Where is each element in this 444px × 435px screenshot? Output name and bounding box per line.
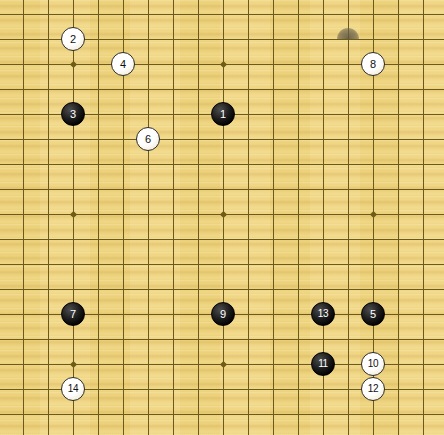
- board-cell[interactable]: [161, 277, 186, 302]
- board-cell[interactable]: [411, 152, 436, 177]
- board-cell[interactable]: [11, 277, 36, 302]
- board-cell[interactable]: [411, 252, 436, 277]
- board-cell[interactable]: [386, 227, 411, 252]
- board-cell[interactable]: 9: [211, 302, 236, 327]
- board-cell[interactable]: [286, 127, 311, 152]
- board-cell[interactable]: [311, 2, 336, 27]
- board-cell[interactable]: [236, 302, 261, 327]
- board-cell[interactable]: [61, 77, 86, 102]
- board-cell[interactable]: [136, 327, 161, 352]
- board-cell[interactable]: [161, 27, 186, 52]
- board-cell[interactable]: [111, 377, 136, 402]
- board-cell[interactable]: [236, 202, 261, 227]
- board-cell[interactable]: [336, 352, 361, 377]
- board-cell[interactable]: 11: [311, 352, 336, 377]
- board-cell[interactable]: [361, 127, 386, 152]
- board-cell[interactable]: [111, 427, 136, 435]
- board-cell[interactable]: [61, 52, 86, 77]
- board-cell[interactable]: [336, 252, 361, 277]
- board-cell[interactable]: 1: [211, 102, 236, 127]
- board-cell[interactable]: [161, 327, 186, 352]
- board-cell[interactable]: [311, 102, 336, 127]
- board-cell[interactable]: [261, 127, 286, 152]
- board-cell[interactable]: [236, 402, 261, 427]
- board-cell[interactable]: [161, 127, 186, 152]
- board-cell[interactable]: [436, 277, 444, 302]
- board-cell[interactable]: [211, 177, 236, 202]
- board-cell[interactable]: [336, 52, 361, 77]
- board-cell[interactable]: [11, 402, 36, 427]
- board-cell[interactable]: [86, 177, 111, 202]
- board-cell[interactable]: [161, 302, 186, 327]
- board-cell[interactable]: [261, 77, 286, 102]
- board-cell[interactable]: [186, 202, 211, 227]
- board-cell[interactable]: [36, 252, 61, 277]
- board-cell[interactable]: [361, 77, 386, 102]
- board-cell[interactable]: [236, 127, 261, 152]
- board-cell[interactable]: [136, 77, 161, 102]
- board-cell[interactable]: [261, 377, 286, 402]
- board-cell[interactable]: [411, 52, 436, 77]
- board-cell[interactable]: [0, 127, 11, 152]
- board-cell[interactable]: [386, 77, 411, 102]
- board-cell[interactable]: [111, 352, 136, 377]
- board-cell[interactable]: [61, 252, 86, 277]
- board-cell[interactable]: [11, 352, 36, 377]
- board-cell[interactable]: [111, 2, 136, 27]
- board-cell[interactable]: [111, 177, 136, 202]
- board-cell[interactable]: [261, 2, 286, 27]
- board-cell[interactable]: [136, 102, 161, 127]
- board-cell[interactable]: [311, 227, 336, 252]
- board-cell[interactable]: [11, 27, 36, 52]
- board-cell[interactable]: [61, 277, 86, 302]
- board-cell[interactable]: [136, 352, 161, 377]
- board-cell[interactable]: [336, 227, 361, 252]
- board-cell[interactable]: [436, 177, 444, 202]
- board-cell[interactable]: [336, 127, 361, 152]
- board-cell[interactable]: [286, 402, 311, 427]
- board-cell[interactable]: [411, 2, 436, 27]
- board-cell[interactable]: [436, 102, 444, 127]
- board-cell[interactable]: [186, 352, 211, 377]
- board-cell[interactable]: [286, 152, 311, 177]
- board-cell[interactable]: [111, 402, 136, 427]
- board-cell[interactable]: [261, 327, 286, 352]
- board-cell[interactable]: [11, 77, 36, 102]
- board-cell[interactable]: [336, 152, 361, 177]
- board-cell[interactable]: [261, 402, 286, 427]
- board-cell[interactable]: [261, 202, 286, 227]
- board-cell[interactable]: [86, 252, 111, 277]
- board-cell[interactable]: [11, 427, 36, 435]
- board-cell[interactable]: [411, 102, 436, 127]
- board-cell[interactable]: [61, 427, 86, 435]
- board-cell[interactable]: [111, 202, 136, 227]
- board-cell[interactable]: [86, 52, 111, 77]
- board-cell[interactable]: [386, 427, 411, 435]
- board-cell[interactable]: [36, 352, 61, 377]
- board-cell[interactable]: [36, 2, 61, 27]
- board-cell[interactable]: 5: [361, 302, 386, 327]
- board-cell[interactable]: [211, 227, 236, 252]
- board-cell[interactable]: [11, 252, 36, 277]
- board-cell[interactable]: [86, 352, 111, 377]
- board-cell[interactable]: [136, 302, 161, 327]
- board-cell[interactable]: [111, 302, 136, 327]
- board-cell[interactable]: [136, 2, 161, 27]
- board-cell[interactable]: [286, 177, 311, 202]
- board-cell[interactable]: [0, 227, 11, 252]
- board-cell[interactable]: [236, 227, 261, 252]
- board-cell[interactable]: [161, 77, 186, 102]
- board-cell[interactable]: [236, 2, 261, 27]
- board-cell[interactable]: [111, 102, 136, 127]
- board-cell[interactable]: [111, 27, 136, 52]
- board-cell[interactable]: [36, 377, 61, 402]
- board-cell[interactable]: [411, 352, 436, 377]
- board-cell[interactable]: [261, 277, 286, 302]
- board-cell[interactable]: [111, 252, 136, 277]
- board-cell[interactable]: [311, 127, 336, 152]
- board-cell[interactable]: [436, 127, 444, 152]
- board-cell[interactable]: [386, 52, 411, 77]
- board-cell[interactable]: [311, 377, 336, 402]
- board-cell[interactable]: [11, 327, 36, 352]
- board-cell[interactable]: [386, 252, 411, 277]
- board-cell[interactable]: [161, 52, 186, 77]
- board-cell[interactable]: [436, 27, 444, 52]
- board-cell[interactable]: [36, 327, 61, 352]
- board-cell[interactable]: [336, 2, 361, 27]
- board-cell[interactable]: [0, 277, 11, 302]
- board-cell[interactable]: [311, 177, 336, 202]
- board-cell[interactable]: [186, 302, 211, 327]
- board-cell[interactable]: [111, 127, 136, 152]
- board-cell[interactable]: [186, 227, 211, 252]
- board-cell[interactable]: [0, 102, 11, 127]
- board-cell[interactable]: [211, 402, 236, 427]
- board-cell[interactable]: [61, 227, 86, 252]
- board-cell[interactable]: [136, 52, 161, 77]
- board-cell[interactable]: [386, 102, 411, 127]
- board-cell[interactable]: [211, 377, 236, 402]
- board-cell[interactable]: [411, 202, 436, 227]
- board-cell[interactable]: [211, 2, 236, 27]
- board-cell[interactable]: [436, 227, 444, 252]
- board-cell[interactable]: 14: [61, 377, 86, 402]
- board-cell[interactable]: [411, 427, 436, 435]
- board-cell[interactable]: [161, 227, 186, 252]
- board-cell[interactable]: [86, 127, 111, 152]
- board-cell[interactable]: [336, 277, 361, 302]
- board-cell[interactable]: [436, 52, 444, 77]
- board-cell[interactable]: [236, 177, 261, 202]
- board-cell[interactable]: [11, 177, 36, 202]
- board-cell[interactable]: [211, 27, 236, 52]
- board-cell[interactable]: [61, 402, 86, 427]
- board-cell[interactable]: [311, 202, 336, 227]
- board-cell[interactable]: [0, 377, 11, 402]
- board-cell[interactable]: [161, 352, 186, 377]
- board-cell[interactable]: [211, 427, 236, 435]
- board-cell[interactable]: [86, 152, 111, 177]
- board-cell[interactable]: [236, 352, 261, 377]
- board-cell[interactable]: [36, 152, 61, 177]
- board-cell[interactable]: [36, 277, 61, 302]
- board-cell[interactable]: [286, 52, 311, 77]
- board-cell[interactable]: [186, 427, 211, 435]
- board-cell[interactable]: [236, 52, 261, 77]
- board-cell[interactable]: [0, 302, 11, 327]
- board-cell[interactable]: [36, 77, 61, 102]
- board-cell[interactable]: [0, 402, 11, 427]
- board-cell[interactable]: [386, 2, 411, 27]
- board-cell[interactable]: [11, 302, 36, 327]
- board-cell[interactable]: [11, 2, 36, 27]
- board-cell[interactable]: [261, 27, 286, 52]
- board-cell[interactable]: [436, 302, 444, 327]
- board-cell[interactable]: [0, 77, 11, 102]
- board-cell[interactable]: 8: [361, 52, 386, 77]
- board-cell[interactable]: [211, 77, 236, 102]
- board-cell[interactable]: [136, 377, 161, 402]
- board-cell[interactable]: [286, 252, 311, 277]
- board-cell[interactable]: [411, 27, 436, 52]
- board-cell[interactable]: [161, 152, 186, 177]
- board-cell[interactable]: [11, 52, 36, 77]
- board-cell[interactable]: [36, 427, 61, 435]
- board-cell[interactable]: [136, 152, 161, 177]
- board-cell[interactable]: [286, 377, 311, 402]
- board-cell[interactable]: 4: [111, 52, 136, 77]
- board-cell[interactable]: [61, 177, 86, 202]
- board-cell[interactable]: [236, 327, 261, 352]
- board-cell[interactable]: [286, 2, 311, 27]
- board-cell[interactable]: [0, 2, 11, 27]
- board-cell[interactable]: [336, 377, 361, 402]
- board-cell[interactable]: [411, 277, 436, 302]
- board-cell[interactable]: [386, 177, 411, 202]
- board-cell[interactable]: [186, 2, 211, 27]
- board-cell[interactable]: [236, 252, 261, 277]
- board-cell[interactable]: [186, 277, 211, 302]
- board-cell[interactable]: [0, 327, 11, 352]
- board-cell[interactable]: [136, 277, 161, 302]
- board-cell[interactable]: [361, 177, 386, 202]
- board-cell[interactable]: [236, 152, 261, 177]
- board-cell[interactable]: [336, 102, 361, 127]
- board-cell[interactable]: [361, 277, 386, 302]
- board-cell[interactable]: [86, 2, 111, 27]
- board-cell[interactable]: [0, 152, 11, 177]
- board-cell[interactable]: [386, 127, 411, 152]
- board-cell[interactable]: [286, 277, 311, 302]
- board-cell[interactable]: [36, 227, 61, 252]
- board-cell[interactable]: [161, 202, 186, 227]
- board-cell[interactable]: [136, 202, 161, 227]
- board-cell[interactable]: [0, 352, 11, 377]
- board-cell[interactable]: 6: [136, 127, 161, 152]
- board-cell[interactable]: [386, 27, 411, 52]
- board-cell[interactable]: [36, 127, 61, 152]
- board-cell[interactable]: [436, 327, 444, 352]
- board-cell[interactable]: [186, 127, 211, 152]
- board-cell[interactable]: [0, 27, 11, 52]
- board-cell[interactable]: [211, 352, 236, 377]
- board-cell[interactable]: [236, 102, 261, 127]
- board-cell[interactable]: 3: [61, 102, 86, 127]
- board-cell[interactable]: [86, 202, 111, 227]
- board-cell[interactable]: [86, 77, 111, 102]
- board-cell[interactable]: [161, 427, 186, 435]
- board-cell[interactable]: [361, 152, 386, 177]
- board-cell[interactable]: [436, 377, 444, 402]
- board-cell[interactable]: [161, 402, 186, 427]
- board-cell[interactable]: 10: [361, 352, 386, 377]
- board-cell[interactable]: [261, 252, 286, 277]
- board-cell[interactable]: [36, 402, 61, 427]
- board-cell[interactable]: [0, 427, 11, 435]
- board-cell[interactable]: [311, 327, 336, 352]
- board-cell[interactable]: [261, 152, 286, 177]
- board-cell[interactable]: [36, 302, 61, 327]
- board-cell[interactable]: [211, 277, 236, 302]
- board-cell[interactable]: [161, 377, 186, 402]
- board-cell[interactable]: [336, 327, 361, 352]
- board-cell[interactable]: [411, 302, 436, 327]
- board-cell[interactable]: 7: [61, 302, 86, 327]
- board-cell[interactable]: [0, 202, 11, 227]
- board-cell[interactable]: [361, 427, 386, 435]
- board-cell[interactable]: [186, 327, 211, 352]
- board-cell[interactable]: [236, 377, 261, 402]
- board-cell[interactable]: [411, 227, 436, 252]
- board-cell[interactable]: [86, 102, 111, 127]
- board-cell[interactable]: [386, 352, 411, 377]
- board-cell[interactable]: [11, 102, 36, 127]
- board-cell[interactable]: [11, 152, 36, 177]
- board-cell[interactable]: [311, 27, 336, 52]
- board-cell[interactable]: [186, 402, 211, 427]
- board-cell[interactable]: [111, 277, 136, 302]
- board-cell[interactable]: [61, 327, 86, 352]
- board-cell[interactable]: [0, 52, 11, 77]
- board-cell[interactable]: [11, 377, 36, 402]
- board-cell[interactable]: [11, 227, 36, 252]
- board-cell[interactable]: [0, 177, 11, 202]
- board-cell[interactable]: [111, 227, 136, 252]
- board-cell[interactable]: [386, 277, 411, 302]
- board-cell[interactable]: [361, 2, 386, 27]
- board-cell[interactable]: [311, 427, 336, 435]
- board-cell[interactable]: [236, 427, 261, 435]
- board-cell[interactable]: [336, 202, 361, 227]
- board-cell[interactable]: [286, 352, 311, 377]
- board-cell[interactable]: [211, 127, 236, 152]
- board-cell[interactable]: [436, 352, 444, 377]
- board-cell[interactable]: [161, 177, 186, 202]
- board-cell[interactable]: [36, 27, 61, 52]
- board-cell[interactable]: [86, 402, 111, 427]
- board-cell[interactable]: 12: [361, 377, 386, 402]
- board-cell[interactable]: [336, 27, 361, 52]
- board-cell[interactable]: [436, 202, 444, 227]
- board-cell[interactable]: [36, 202, 61, 227]
- board-cell[interactable]: [0, 252, 11, 277]
- board-cell[interactable]: [436, 402, 444, 427]
- board-cell[interactable]: [411, 177, 436, 202]
- board-cell[interactable]: [411, 402, 436, 427]
- board-cell[interactable]: [436, 77, 444, 102]
- board-cell[interactable]: [436, 152, 444, 177]
- board-cell[interactable]: [336, 177, 361, 202]
- board-cell[interactable]: [311, 77, 336, 102]
- board-cell[interactable]: [386, 202, 411, 227]
- board-cell[interactable]: [61, 202, 86, 227]
- board-cell[interactable]: [261, 352, 286, 377]
- board-cell[interactable]: [236, 27, 261, 52]
- board-cell[interactable]: [311, 402, 336, 427]
- board-cell[interactable]: [61, 152, 86, 177]
- board-cell[interactable]: [186, 52, 211, 77]
- board-cell[interactable]: [411, 77, 436, 102]
- board-cell[interactable]: [336, 402, 361, 427]
- board-cell[interactable]: [311, 52, 336, 77]
- board-cell[interactable]: [236, 77, 261, 102]
- board-cell[interactable]: [86, 427, 111, 435]
- board-cell[interactable]: [211, 327, 236, 352]
- board-cell[interactable]: [386, 402, 411, 427]
- board-cell[interactable]: [86, 27, 111, 52]
- board-cell[interactable]: [411, 327, 436, 352]
- board-cell[interactable]: [86, 277, 111, 302]
- board-cell[interactable]: [111, 77, 136, 102]
- board-cell[interactable]: [286, 327, 311, 352]
- board-cell[interactable]: [86, 377, 111, 402]
- board-cell[interactable]: [211, 252, 236, 277]
- board-cell[interactable]: [411, 127, 436, 152]
- board-cell[interactable]: [411, 377, 436, 402]
- board-cell[interactable]: [86, 302, 111, 327]
- board-cell[interactable]: [436, 2, 444, 27]
- board-cell[interactable]: [161, 102, 186, 127]
- board-cell[interactable]: 2: [61, 27, 86, 52]
- board-cell[interactable]: [61, 2, 86, 27]
- board-cell[interactable]: [186, 177, 211, 202]
- board-cell[interactable]: [286, 202, 311, 227]
- board-cell[interactable]: [186, 27, 211, 52]
- board-cell[interactable]: [261, 427, 286, 435]
- board-cell[interactable]: [386, 152, 411, 177]
- board-cell[interactable]: [286, 302, 311, 327]
- board-cell[interactable]: [261, 177, 286, 202]
- board-cell[interactable]: [336, 427, 361, 435]
- board-cell[interactable]: [161, 252, 186, 277]
- board-cell[interactable]: [136, 402, 161, 427]
- board-cell[interactable]: [236, 277, 261, 302]
- board-cell[interactable]: [361, 252, 386, 277]
- board-cell[interactable]: 13: [311, 302, 336, 327]
- board-cell[interactable]: [86, 227, 111, 252]
- board-cell[interactable]: [261, 52, 286, 77]
- board-cell[interactable]: [11, 127, 36, 152]
- board-cell[interactable]: [136, 227, 161, 252]
- board-cell[interactable]: [186, 152, 211, 177]
- board-cell[interactable]: [186, 377, 211, 402]
- board-cell[interactable]: [136, 252, 161, 277]
- board-cell[interactable]: [186, 252, 211, 277]
